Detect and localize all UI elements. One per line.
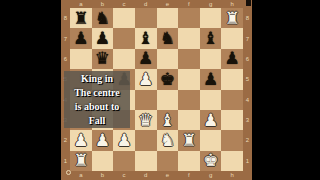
coord-label: 8 [61,8,70,28]
square-h8[interactable]: ♜ [221,8,243,28]
coord-label: f [178,171,200,180]
coord-label: g [200,171,222,180]
square-h4[interactable] [221,90,243,110]
square-e6[interactable] [157,49,179,69]
letterbox-left [0,0,61,180]
square-g4[interactable] [200,90,222,110]
square-a2[interactable]: ♟ [70,130,92,150]
square-b1[interactable] [92,151,114,171]
square-d4[interactable] [135,90,157,110]
black-rook[interactable]: ♜ [73,10,88,27]
white-pawn[interactable]: ♟ [73,132,88,149]
coord-label: g [200,0,222,8]
square-g1[interactable]: ♚ [200,151,222,171]
square-g5[interactable]: ♟ [200,69,222,89]
white-pawn[interactable]: ♟ [138,71,153,88]
coord-label: 1 [61,151,70,171]
coord-label: 2 [61,130,70,150]
black-pawn[interactable]: ♟ [95,30,110,47]
square-f3[interactable] [178,110,200,130]
square-d7[interactable]: ♝ [135,28,157,48]
square-g6[interactable] [200,49,222,69]
coord-label: e [157,0,179,8]
coord-label: d [135,0,157,8]
coord-label: h [221,0,243,8]
file-labels-bottom: abcdefgh [70,171,243,180]
white-pawn[interactable]: ♟ [95,132,110,149]
square-h2[interactable] [221,130,243,150]
corner-circle-mark [66,170,71,175]
square-f2[interactable]: ♜ [178,130,200,150]
video-frame: abcdefgh abcdefgh 87654321 87654321 ♜♞♜♟… [0,0,320,180]
black-knight[interactable]: ♞ [160,30,175,47]
white-queen[interactable]: ♛ [138,112,153,129]
coord-label: e [157,171,179,180]
square-a7[interactable]: ♟ [70,28,92,48]
black-pawn[interactable]: ♟ [203,71,218,88]
square-c6[interactable] [113,49,135,69]
square-b2[interactable]: ♟ [92,130,114,150]
black-pawn[interactable]: ♟ [138,50,153,67]
square-d8[interactable] [135,8,157,28]
coord-label: f [178,0,200,8]
black-pawn[interactable]: ♟ [73,30,88,47]
square-d3[interactable]: ♛ [135,110,157,130]
file-labels-top: abcdefgh [70,0,243,8]
caption-overlay: King in The centre is about to Fall [64,71,130,128]
coord-label: h [221,171,243,180]
square-e8[interactable] [157,8,179,28]
square-c1[interactable] [113,151,135,171]
white-pawn[interactable]: ♟ [116,132,131,149]
square-f7[interactable] [178,28,200,48]
coord-label: 5 [243,69,252,89]
white-bishop[interactable]: ♝ [160,112,175,129]
black-queen[interactable]: ♛ [95,50,110,67]
square-d5[interactable]: ♟ [135,69,157,89]
square-b7[interactable]: ♟ [92,28,114,48]
coord-label: c [113,171,135,180]
coord-label: 2 [243,130,252,150]
square-a6[interactable] [70,49,92,69]
square-g8[interactable] [200,8,222,28]
square-h5[interactable] [221,69,243,89]
square-f1[interactable] [178,151,200,171]
black-bishop[interactable]: ♝ [138,30,153,47]
square-d6[interactable]: ♟ [135,49,157,69]
white-pawn[interactable]: ♟ [203,112,218,129]
square-e7[interactable]: ♞ [157,28,179,48]
white-knight[interactable]: ♞ [160,132,175,149]
white-rook[interactable]: ♜ [225,10,240,27]
letterbox-right [252,0,320,180]
coord-label: 3 [243,110,252,130]
coord-label: 1 [243,151,252,171]
square-e4[interactable] [157,90,179,110]
square-g2[interactable] [200,130,222,150]
square-b6[interactable]: ♛ [92,49,114,69]
white-rook[interactable]: ♜ [181,132,196,149]
square-c8[interactable] [113,8,135,28]
white-rook[interactable]: ♜ [73,152,88,169]
black-pawn[interactable]: ♟ [225,50,240,67]
black-bishop[interactable]: ♝ [203,30,218,47]
coord-label: 8 [243,8,252,28]
square-d2[interactable] [135,130,157,150]
square-e5[interactable]: ♚ [157,69,179,89]
square-b8[interactable]: ♞ [92,8,114,28]
coord-label: a [70,0,92,8]
coord-label: c [113,0,135,8]
coord-label: b [92,171,114,180]
corner-square-mark [246,0,251,6]
square-e3[interactable]: ♝ [157,110,179,130]
coord-label: 7 [61,28,70,48]
square-f8[interactable] [178,8,200,28]
square-h6[interactable]: ♟ [221,49,243,69]
coord-label: 4 [243,90,252,110]
coord-label: 6 [61,49,70,69]
coord-label: a [70,171,92,180]
square-f4[interactable] [178,90,200,110]
square-f6[interactable] [178,49,200,69]
caption-line-1: King in [81,73,113,84]
square-h1[interactable] [221,151,243,171]
caption-line-4: Fall [89,115,106,126]
white-king[interactable]: ♚ [203,152,218,169]
square-c7[interactable] [113,28,135,48]
square-e2[interactable]: ♞ [157,130,179,150]
square-h7[interactable] [221,28,243,48]
square-h3[interactable] [221,110,243,130]
square-a1[interactable]: ♜ [70,151,92,171]
square-c2[interactable]: ♟ [113,130,135,150]
black-knight[interactable]: ♞ [95,10,110,27]
coord-label: 6 [243,49,252,69]
square-d1[interactable] [135,151,157,171]
square-g3[interactable]: ♟ [200,110,222,130]
black-king[interactable]: ♚ [160,71,175,88]
coord-label: 7 [243,28,252,48]
square-e1[interactable] [157,151,179,171]
square-a8[interactable]: ♜ [70,8,92,28]
coord-label: d [135,171,157,180]
coord-label: b [92,0,114,8]
rank-labels-right: 87654321 [243,8,252,171]
caption-line-2: The centre [74,87,120,98]
caption-line-3: is about to [75,101,119,112]
square-f5[interactable] [178,69,200,89]
square-g7[interactable]: ♝ [200,28,222,48]
